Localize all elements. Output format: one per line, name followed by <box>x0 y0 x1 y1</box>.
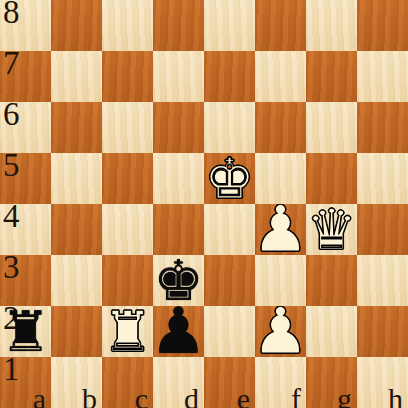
square-g4[interactable]: ♛ <box>306 204 357 255</box>
square-c6[interactable] <box>102 102 153 153</box>
square-b1[interactable]: b <box>51 357 102 408</box>
piece-white-pawn[interactable]: ♟ <box>255 306 306 357</box>
square-g5[interactable] <box>306 153 357 204</box>
square-e2[interactable] <box>204 306 255 357</box>
square-c3[interactable] <box>102 255 153 306</box>
file-label-c: c <box>135 384 148 408</box>
square-c5[interactable] <box>102 153 153 204</box>
square-h4[interactable] <box>357 204 408 255</box>
piece-white-king[interactable]: ♚ <box>204 153 254 204</box>
square-h1[interactable]: h <box>357 357 408 408</box>
square-d4[interactable] <box>153 204 204 255</box>
file-label-f: f <box>291 384 301 408</box>
square-c2[interactable]: ♜ <box>102 306 153 357</box>
square-g2[interactable] <box>306 306 357 357</box>
square-a2[interactable]: 2♜ <box>0 306 51 357</box>
square-d7[interactable] <box>153 51 204 102</box>
square-e6[interactable] <box>204 102 255 153</box>
square-h8[interactable] <box>357 0 408 51</box>
square-d5[interactable] <box>153 153 204 204</box>
square-g6[interactable] <box>306 102 357 153</box>
square-e8[interactable] <box>204 0 255 51</box>
square-c8[interactable] <box>102 0 153 51</box>
rank-label-4: 4 <box>3 204 20 233</box>
file-label-e: e <box>237 384 250 408</box>
square-e5[interactable]: ♚ <box>204 153 255 204</box>
file-label-g: g <box>337 384 352 408</box>
piece-black-rook[interactable]: ♜ <box>0 306 50 357</box>
square-b5[interactable] <box>51 153 102 204</box>
square-d2[interactable]: ♟ <box>153 306 204 357</box>
file-label-a: a <box>33 384 46 408</box>
file-label-h: h <box>388 384 403 408</box>
piece-black-pawn[interactable]: ♟ <box>153 306 204 357</box>
piece-black-king[interactable]: ♚ <box>153 255 203 306</box>
square-f3[interactable] <box>255 255 306 306</box>
square-a8[interactable]: 8 <box>0 0 51 51</box>
chess-board: 8765♚4♟♛3♚2♜♜♟♟1abcdefgh <box>0 0 408 408</box>
square-f5[interactable] <box>255 153 306 204</box>
square-b8[interactable] <box>51 0 102 51</box>
square-f1[interactable]: f <box>255 357 306 408</box>
square-b6[interactable] <box>51 102 102 153</box>
square-f2[interactable]: ♟ <box>255 306 306 357</box>
rank-label-5: 5 <box>3 153 20 182</box>
square-g8[interactable] <box>306 0 357 51</box>
square-g3[interactable] <box>306 255 357 306</box>
square-g7[interactable] <box>306 51 357 102</box>
square-d3[interactable]: ♚ <box>153 255 204 306</box>
square-e4[interactable] <box>204 204 255 255</box>
square-c1[interactable]: c <box>102 357 153 408</box>
rank-label-1: 1 <box>3 357 20 386</box>
square-f8[interactable] <box>255 0 306 51</box>
square-a7[interactable]: 7 <box>0 51 51 102</box>
square-a3[interactable]: 3 <box>0 255 51 306</box>
square-f4[interactable]: ♟ <box>255 204 306 255</box>
square-d6[interactable] <box>153 102 204 153</box>
file-label-d: d <box>184 384 199 408</box>
file-label-b: b <box>82 384 97 408</box>
square-h7[interactable] <box>357 51 408 102</box>
square-b4[interactable] <box>51 204 102 255</box>
square-b2[interactable] <box>51 306 102 357</box>
square-c7[interactable] <box>102 51 153 102</box>
square-d8[interactable] <box>153 0 204 51</box>
square-d1[interactable]: d <box>153 357 204 408</box>
square-a5[interactable]: 5 <box>0 153 51 204</box>
square-c4[interactable] <box>102 204 153 255</box>
square-h6[interactable] <box>357 102 408 153</box>
square-a1[interactable]: 1a <box>0 357 51 408</box>
rank-label-6: 6 <box>3 102 20 131</box>
piece-white-queen[interactable]: ♛ <box>306 204 356 255</box>
rank-label-3: 3 <box>3 255 20 284</box>
rank-label-8: 8 <box>3 0 20 29</box>
square-f6[interactable] <box>255 102 306 153</box>
square-e1[interactable]: e <box>204 357 255 408</box>
piece-white-rook[interactable]: ♜ <box>102 306 152 357</box>
square-b7[interactable] <box>51 51 102 102</box>
square-a4[interactable]: 4 <box>0 204 51 255</box>
piece-white-pawn[interactable]: ♟ <box>255 204 306 255</box>
square-f7[interactable] <box>255 51 306 102</box>
square-h3[interactable] <box>357 255 408 306</box>
square-h2[interactable] <box>357 306 408 357</box>
square-g1[interactable]: g <box>306 357 357 408</box>
square-e3[interactable] <box>204 255 255 306</box>
square-a6[interactable]: 6 <box>0 102 51 153</box>
square-b3[interactable] <box>51 255 102 306</box>
square-e7[interactable] <box>204 51 255 102</box>
rank-label-7: 7 <box>3 51 20 80</box>
square-h5[interactable] <box>357 153 408 204</box>
